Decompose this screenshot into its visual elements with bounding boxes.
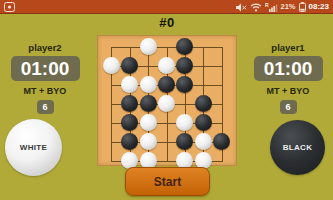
white-stone <box>158 95 175 112</box>
white-stone <box>121 76 138 93</box>
player1-name: player1 <box>271 42 304 55</box>
black-stone <box>121 114 138 131</box>
player2-panel: player2 01:00 MT + BYO 6 <box>0 42 90 114</box>
board-cell-5-6[interactable] <box>194 113 212 132</box>
board-cell-2-5[interactable] <box>176 56 194 75</box>
board-cell-6-4[interactable] <box>157 132 175 151</box>
black-side-label: BLACK <box>283 143 313 152</box>
signal-icon: R <box>265 0 278 16</box>
battery-icon <box>299 0 306 16</box>
black-stone <box>121 133 138 150</box>
board-cell-3-7[interactable] <box>212 75 230 94</box>
player2-name: player2 <box>28 42 61 55</box>
black-stone <box>140 95 157 112</box>
board-cell-4-1[interactable] <box>102 94 120 113</box>
black-stone <box>195 114 212 131</box>
board-cell-1-7[interactable] <box>212 37 230 56</box>
go-board[interactable] <box>97 35 237 166</box>
board-cell-1-4[interactable] <box>157 37 175 56</box>
black-stone <box>195 95 212 112</box>
board-cell-5-2[interactable] <box>120 113 138 132</box>
player1-time-system: MT + BYO <box>267 86 310 97</box>
board-cell-3-2[interactable] <box>120 75 138 94</box>
board-cell-4-3[interactable] <box>139 94 157 113</box>
board-cell-4-6[interactable] <box>194 94 212 113</box>
app-screen: R 21% 08:23 #0 player2 01:00 MT + BYO 6 … <box>0 0 333 200</box>
board-cell-4-7[interactable] <box>212 94 230 113</box>
player1-byo-periods: 6 <box>280 100 297 114</box>
board-cell-7-1[interactable] <box>102 151 120 170</box>
board-cell-5-3[interactable] <box>139 113 157 132</box>
black-stone <box>213 133 230 150</box>
board-cell-2-1[interactable] <box>102 56 120 75</box>
white-stone <box>176 114 193 131</box>
board-cell-5-4[interactable] <box>157 113 175 132</box>
board-cell-3-4[interactable] <box>157 75 175 94</box>
board-cell-5-1[interactable] <box>102 113 120 132</box>
black-side-button[interactable]: BLACK <box>270 120 325 175</box>
board-cell-2-2[interactable] <box>120 56 138 75</box>
white-stone <box>140 114 157 131</box>
board-cell-2-4[interactable] <box>157 56 175 75</box>
black-stone <box>176 38 193 55</box>
white-stone <box>140 76 157 93</box>
board-cell-1-6[interactable] <box>194 37 212 56</box>
board-cell-4-5[interactable] <box>176 94 194 113</box>
wifi-icon <box>250 0 262 16</box>
board-cell-6-1[interactable] <box>102 132 120 151</box>
white-side-label: WHITE <box>20 143 47 152</box>
board-cell-3-3[interactable] <box>139 75 157 94</box>
board-cell-3-5[interactable] <box>176 75 194 94</box>
board-cell-1-3[interactable] <box>139 37 157 56</box>
black-stone <box>121 57 138 74</box>
start-button[interactable]: Start <box>125 167 210 196</box>
board-cell-2-6[interactable] <box>194 56 212 75</box>
white-stone <box>140 38 157 55</box>
go-board-grid <box>102 37 231 170</box>
black-stone <box>176 57 193 74</box>
svg-text:R: R <box>265 2 269 8</box>
board-cell-1-5[interactable] <box>176 37 194 56</box>
black-stone <box>158 76 175 93</box>
board-cell-5-5[interactable] <box>176 113 194 132</box>
player2-time-system: MT + BYO <box>24 86 67 97</box>
board-cell-6-5[interactable] <box>176 132 194 151</box>
player1-clock: 01:00 <box>254 56 323 81</box>
white-stone <box>103 57 120 74</box>
start-button-label: Start <box>154 175 181 189</box>
page-title: #0 <box>97 15 237 30</box>
board-cell-6-3[interactable] <box>139 132 157 151</box>
white-stone <box>140 133 157 150</box>
board-cell-1-1[interactable] <box>102 37 120 56</box>
board-cell-3-1[interactable] <box>102 75 120 94</box>
board-cell-4-4[interactable] <box>157 94 175 113</box>
black-stone <box>176 76 193 93</box>
white-side-button[interactable]: WHITE <box>5 119 62 176</box>
board-cell-2-7[interactable] <box>212 56 230 75</box>
battery-percent: 21% <box>281 2 296 11</box>
player2-byo-periods: 6 <box>37 100 54 114</box>
black-stone <box>121 95 138 112</box>
board-cell-1-2[interactable] <box>120 37 138 56</box>
board-cell-6-6[interactable] <box>194 132 212 151</box>
board-cell-2-3[interactable] <box>139 56 157 75</box>
white-stone <box>158 57 175 74</box>
status-bar: R 21% 08:23 <box>0 0 333 14</box>
board-cell-5-7[interactable] <box>212 113 230 132</box>
screenshot-icon <box>4 0 15 16</box>
board-cell-4-2[interactable] <box>120 94 138 113</box>
clock-time: 08:23 <box>309 2 329 11</box>
mute-icon <box>236 0 247 16</box>
black-stone <box>176 133 193 150</box>
white-stone <box>195 133 212 150</box>
board-cell-6-2[interactable] <box>120 132 138 151</box>
board-cell-3-6[interactable] <box>194 75 212 94</box>
player2-clock: 01:00 <box>11 56 80 81</box>
board-cell-6-7[interactable] <box>212 132 230 151</box>
player1-panel: player1 01:00 MT + BYO 6 <box>243 42 333 114</box>
board-cell-7-7[interactable] <box>212 151 230 170</box>
